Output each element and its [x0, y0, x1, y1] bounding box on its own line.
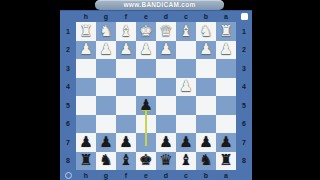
board-corner-top-left [60, 11, 76, 22]
square-g2[interactable]: ♟ [96, 41, 116, 60]
rank-label-right-4: 4 [236, 78, 252, 97]
piece-black-pawn-a7[interactable]: ♟ [219, 135, 232, 150]
piece-white-pawn-f2[interactable]: ♟ [119, 42, 132, 57]
file-label-bottom-e: e [136, 170, 156, 180]
rank-label-left-4: 4 [60, 78, 76, 97]
piece-white-king-e1[interactable]: ♚ [139, 24, 152, 39]
square-a1[interactable]: ♜ [216, 22, 236, 41]
square-b6[interactable] [196, 115, 216, 134]
square-h6[interactable] [76, 115, 96, 134]
square-g7[interactable]: ♟ [96, 133, 116, 152]
file-label-bottom-c: c [176, 170, 196, 180]
bandicam-watermark: www.BANDICAM.com [95, 0, 224, 10]
square-e1[interactable]: ♚ [136, 22, 156, 41]
file-label-bottom-h: h [76, 170, 96, 180]
square-c5[interactable] [176, 96, 196, 115]
rank-label-left-2: 2 [60, 41, 76, 60]
rank-label-left-8: 8 [60, 152, 76, 171]
piece-black-pawn-e5[interactable]: ♟ [139, 98, 152, 113]
square-f4[interactable] [116, 78, 136, 97]
file-label-bottom-b: b [196, 170, 216, 180]
square-c4[interactable]: ♟ [176, 78, 196, 97]
piece-black-queen-d8[interactable]: ♛ [159, 153, 172, 168]
file-label-top-c: c [176, 11, 196, 22]
square-f8[interactable]: ♝ [116, 152, 136, 171]
piece-black-pawn-g7[interactable]: ♟ [99, 135, 112, 150]
rank-label-right-5: 5 [236, 96, 252, 115]
piece-white-pawn-c4[interactable]: ♟ [179, 79, 192, 94]
square-h2[interactable]: ♟ [76, 41, 96, 60]
piece-black-pawn-b7[interactable]: ♟ [199, 135, 212, 150]
square-g5[interactable] [96, 96, 116, 115]
piece-black-rook-h8[interactable]: ♜ [79, 153, 92, 168]
square-c7[interactable]: ♟ [176, 133, 196, 152]
square-g3[interactable] [96, 59, 116, 78]
piece-black-pawn-d7[interactable]: ♟ [159, 135, 172, 150]
square-e5[interactable]: ♟ [136, 96, 156, 115]
square-g8[interactable]: ♞ [96, 152, 116, 171]
square-c6[interactable] [176, 115, 196, 134]
piece-black-pawn-c7[interactable]: ♟ [179, 135, 192, 150]
piece-black-knight-b8[interactable]: ♞ [199, 153, 212, 168]
square-h5[interactable] [76, 96, 96, 115]
piece-white-pawn-g2[interactable]: ♟ [99, 42, 112, 57]
square-b3[interactable] [196, 59, 216, 78]
square-d8[interactable]: ♛ [156, 152, 176, 171]
square-a6[interactable] [216, 115, 236, 134]
screen: www.BANDICAM.com hgfedcba1♜♞♝♚♛♝♞♜12♟♟♟♟… [0, 0, 320, 180]
square-b4[interactable] [196, 78, 216, 97]
piece-white-rook-h1[interactable]: ♜ [79, 24, 92, 39]
piece-white-queen-d1[interactable]: ♛ [159, 24, 172, 39]
square-e7[interactable] [136, 133, 156, 152]
square-a4[interactable] [216, 78, 236, 97]
square-a3[interactable] [216, 59, 236, 78]
file-label-bottom-a: a [216, 170, 236, 180]
piece-white-pawn-a2[interactable]: ♟ [219, 42, 232, 57]
piece-white-pawn-e2[interactable]: ♟ [139, 42, 152, 57]
piece-white-bishop-c1[interactable]: ♝ [179, 24, 192, 39]
rank-label-left-5: 5 [60, 96, 76, 115]
rank-label-right-8: 8 [236, 152, 252, 171]
piece-white-pawn-h2[interactable]: ♟ [79, 42, 92, 57]
square-d6[interactable] [156, 115, 176, 134]
piece-black-pawn-h7[interactable]: ♟ [79, 135, 92, 150]
rank-label-right-3: 3 [236, 59, 252, 78]
piece-white-rook-a1[interactable]: ♜ [219, 24, 232, 39]
file-label-top-b: b [196, 11, 216, 22]
rank-label-left-7: 7 [60, 133, 76, 152]
square-c1[interactable]: ♝ [176, 22, 196, 41]
piece-black-bishop-c8[interactable]: ♝ [179, 153, 192, 168]
square-c8[interactable]: ♝ [176, 152, 196, 171]
square-f6[interactable] [116, 115, 136, 134]
square-f3[interactable] [116, 59, 136, 78]
file-label-bottom-f: f [116, 170, 136, 180]
square-c2[interactable] [176, 41, 196, 60]
square-d4[interactable] [156, 78, 176, 97]
chess-board: hgfedcba1♜♞♝♚♛♝♞♜12♟♟♟♟♟♟♟2334♟45♟5667♟♟… [60, 10, 252, 180]
square-c3[interactable] [176, 59, 196, 78]
square-h8[interactable]: ♜ [76, 152, 96, 171]
piece-white-knight-b1[interactable]: ♞ [199, 24, 212, 39]
piece-black-knight-g8[interactable]: ♞ [99, 153, 112, 168]
square-b1[interactable]: ♞ [196, 22, 216, 41]
white-square-icon[interactable] [241, 13, 248, 20]
piece-black-pawn-f7[interactable]: ♟ [119, 135, 132, 150]
piece-white-pawn-b2[interactable]: ♟ [199, 42, 212, 57]
square-a2[interactable]: ♟ [216, 41, 236, 60]
square-e2[interactable]: ♟ [136, 41, 156, 60]
square-e8[interactable]: ♚ [136, 152, 156, 171]
square-d1[interactable]: ♛ [156, 22, 176, 41]
rank-label-right-1: 1 [236, 22, 252, 41]
square-b7[interactable]: ♟ [196, 133, 216, 152]
square-g6[interactable] [96, 115, 116, 134]
square-f5[interactable] [116, 96, 136, 115]
rank-label-left-1: 1 [60, 22, 76, 41]
square-a5[interactable] [216, 96, 236, 115]
square-h4[interactable] [76, 78, 96, 97]
file-label-top-f: f [116, 11, 136, 22]
file-label-top-h: h [76, 11, 96, 22]
square-f7[interactable]: ♟ [116, 133, 136, 152]
piece-white-bishop-f1[interactable]: ♝ [119, 24, 132, 39]
rank-label-right-2: 2 [236, 41, 252, 60]
square-e3[interactable] [136, 59, 156, 78]
square-d2[interactable]: ♟ [156, 41, 176, 60]
file-label-bottom-d: d [156, 170, 176, 180]
piece-black-bishop-f8[interactable]: ♝ [119, 153, 132, 168]
board-grid: hgfedcba1♜♞♝♚♛♝♞♜12♟♟♟♟♟♟♟2334♟45♟5667♟♟… [60, 11, 252, 180]
square-g4[interactable] [96, 78, 116, 97]
piece-black-king-e8[interactable]: ♚ [139, 153, 152, 168]
file-label-bottom-g: g [96, 170, 116, 180]
ring-icon[interactable] [65, 172, 72, 179]
square-h3[interactable] [76, 59, 96, 78]
square-h1[interactable]: ♜ [76, 22, 96, 41]
piece-white-pawn-d2[interactable]: ♟ [159, 42, 172, 57]
square-e4[interactable] [136, 78, 156, 97]
square-a7[interactable]: ♟ [216, 133, 236, 152]
rank-label-right-7: 7 [236, 133, 252, 152]
square-b2[interactable]: ♟ [196, 41, 216, 60]
rank-label-right-6: 6 [236, 115, 252, 134]
square-f1[interactable]: ♝ [116, 22, 136, 41]
square-b8[interactable]: ♞ [196, 152, 216, 171]
file-label-top-g: g [96, 11, 116, 22]
square-d3[interactable] [156, 59, 176, 78]
square-a8[interactable]: ♜ [216, 152, 236, 171]
square-d5[interactable] [156, 96, 176, 115]
rank-label-left-6: 6 [60, 115, 76, 134]
piece-white-knight-g1[interactable]: ♞ [99, 24, 112, 39]
file-label-top-d: d [156, 11, 176, 22]
square-d7[interactable]: ♟ [156, 133, 176, 152]
square-h7[interactable]: ♟ [76, 133, 96, 152]
rank-label-left-3: 3 [60, 59, 76, 78]
board-corner-bottom-left [60, 170, 76, 180]
board-corner-bottom-right [236, 170, 252, 180]
file-label-top-e: e [136, 11, 156, 22]
board-corner-top-right [236, 11, 252, 22]
square-f2[interactable]: ♟ [116, 41, 136, 60]
file-label-top-a: a [216, 11, 236, 22]
square-g1[interactable]: ♞ [96, 22, 116, 41]
square-b5[interactable] [196, 96, 216, 115]
square-e6[interactable] [136, 115, 156, 134]
piece-black-rook-a8[interactable]: ♜ [219, 153, 232, 168]
